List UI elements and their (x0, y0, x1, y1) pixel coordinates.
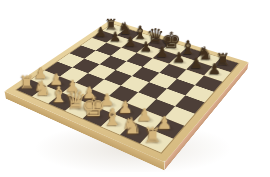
black-pawn: ♟ (95, 26, 107, 39)
square-h1: ♜ (140, 130, 173, 152)
black-pawn: ♟ (124, 35, 136, 49)
black-pawn: ♟ (140, 40, 153, 54)
product-photo-chess-set: ♜♞♝♛♚♝♞♜♟♟♟♟♟♟♟♟♟♟♟♟♟♟♟♟♜♞♝♛♚♝♞♜ (0, 0, 270, 177)
black-pawn: ♟ (156, 45, 169, 59)
black-pawn: ♟ (208, 62, 222, 77)
black-pawn: ♟ (172, 51, 185, 66)
black-pawn: ♟ (190, 56, 203, 71)
white-bishop: ♝ (102, 105, 123, 128)
black-pawn: ♟ (109, 31, 121, 45)
white-knight: ♞ (122, 114, 142, 137)
white-rook: ♜ (143, 125, 162, 146)
white-rook: ♜ (19, 74, 35, 92)
